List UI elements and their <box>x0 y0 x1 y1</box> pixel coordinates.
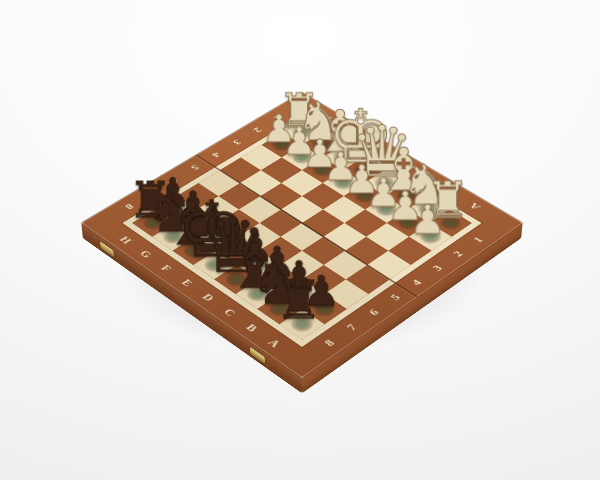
piece-white-pawn-a2[interactable]: ♟ <box>410 200 446 238</box>
product-photo-stage: HGFEDCBA HGFEDCBA 12345678 12345678 ♜♞♝♚… <box>0 0 600 480</box>
piece-black-rook-a8[interactable]: ♜ <box>275 276 323 326</box>
